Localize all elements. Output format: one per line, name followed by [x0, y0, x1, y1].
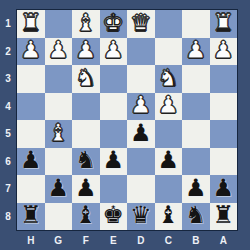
square-f8[interactable]: ♝ [72, 203, 100, 231]
square-h4[interactable] [17, 93, 45, 121]
black-king: ♚ [102, 203, 124, 227]
file-label-h: H [17, 231, 45, 249]
black-rook: ♜ [212, 203, 234, 227]
square-a5[interactable] [210, 120, 238, 148]
file-label-f: F [72, 231, 100, 249]
black-pawn: ♟ [75, 176, 97, 200]
square-b4[interactable] [182, 93, 210, 121]
square-a1[interactable]: ♜ [210, 10, 238, 38]
rank-label-3: 3 [0, 65, 16, 93]
white-pawn: ♟ [157, 93, 179, 117]
black-pawn: ♟ [212, 176, 234, 200]
square-a4[interactable] [210, 93, 238, 121]
square-d8[interactable]: ♛ [127, 203, 155, 231]
white-pawn: ♟ [20, 38, 42, 62]
square-c5[interactable] [155, 120, 183, 148]
square-h6[interactable]: ♟ [17, 148, 45, 176]
white-bishop: ♝ [75, 11, 97, 35]
white-pawn: ♟ [212, 38, 234, 62]
square-f2[interactable]: ♟ [72, 38, 100, 66]
square-e3[interactable] [100, 65, 128, 93]
white-pawn: ♟ [185, 38, 207, 62]
square-g8[interactable] [45, 203, 73, 231]
white-bishop: ♝ [47, 121, 69, 145]
square-d3[interactable] [127, 65, 155, 93]
square-a2[interactable]: ♟ [210, 38, 238, 66]
chess-diagram: 12345678 ♜♝♚♛♜♟♟♟♟♟♟♞♞♟♟♝♟♟♞♟♟♟♟♟♟♜♝♚♛♝♞… [0, 0, 250, 250]
square-f3[interactable]: ♞ [72, 65, 100, 93]
square-c8[interactable]: ♝ [155, 203, 183, 231]
square-f7[interactable]: ♟ [72, 175, 100, 203]
square-b3[interactable] [182, 65, 210, 93]
square-b2[interactable]: ♟ [182, 38, 210, 66]
black-bishop: ♝ [75, 203, 97, 227]
square-f5[interactable] [72, 120, 100, 148]
square-g4[interactable] [45, 93, 73, 121]
rank-label-1: 1 [0, 10, 16, 38]
black-knight: ♞ [75, 148, 97, 172]
square-e7[interactable] [100, 175, 128, 203]
white-knight: ♞ [157, 66, 179, 90]
square-f6[interactable]: ♞ [72, 148, 100, 176]
rank-label-8: 8 [0, 203, 16, 231]
square-c7[interactable] [155, 175, 183, 203]
black-rook: ♜ [20, 203, 42, 227]
square-g1[interactable] [45, 10, 73, 38]
square-g2[interactable]: ♟ [45, 38, 73, 66]
square-b1[interactable] [182, 10, 210, 38]
square-e1[interactable]: ♚ [100, 10, 128, 38]
square-e8[interactable]: ♚ [100, 203, 128, 231]
square-d4[interactable]: ♟ [127, 93, 155, 121]
square-g3[interactable] [45, 65, 73, 93]
file-label-b: B [182, 231, 210, 249]
square-c1[interactable] [155, 10, 183, 38]
square-h1[interactable]: ♜ [17, 10, 45, 38]
square-c4[interactable]: ♟ [155, 93, 183, 121]
black-queen: ♛ [130, 203, 152, 227]
square-e6[interactable]: ♟ [100, 148, 128, 176]
rank-label-5: 5 [0, 120, 16, 148]
square-d5[interactable]: ♟ [127, 120, 155, 148]
white-pawn: ♟ [102, 38, 124, 62]
square-d7[interactable] [127, 175, 155, 203]
black-pawn: ♟ [185, 176, 207, 200]
square-b5[interactable] [182, 120, 210, 148]
square-f1[interactable]: ♝ [72, 10, 100, 38]
square-d2[interactable] [127, 38, 155, 66]
rank-label-6: 6 [0, 148, 16, 176]
square-g7[interactable]: ♟ [45, 175, 73, 203]
black-pawn: ♟ [130, 121, 152, 145]
square-e2[interactable]: ♟ [100, 38, 128, 66]
rank-label-7: 7 [0, 175, 16, 203]
square-g6[interactable] [45, 148, 73, 176]
square-h2[interactable]: ♟ [17, 38, 45, 66]
black-pawn: ♟ [20, 148, 42, 172]
file-labels: HGFEDCBA [17, 231, 237, 249]
square-h7[interactable] [17, 175, 45, 203]
square-c3[interactable]: ♞ [155, 65, 183, 93]
square-c2[interactable] [155, 38, 183, 66]
square-e5[interactable] [100, 120, 128, 148]
square-a8[interactable]: ♜ [210, 203, 238, 231]
black-pawn: ♟ [157, 148, 179, 172]
square-d6[interactable] [127, 148, 155, 176]
chess-board: ♜♝♚♛♜♟♟♟♟♟♟♞♞♟♟♝♟♟♞♟♟♟♟♟♟♜♝♚♛♝♞♜ [16, 9, 238, 231]
rank-label-2: 2 [0, 38, 16, 66]
square-c6[interactable]: ♟ [155, 148, 183, 176]
rank-label-4: 4 [0, 93, 16, 121]
square-a3[interactable] [210, 65, 238, 93]
black-pawn: ♟ [102, 148, 124, 172]
file-label-g: G [45, 231, 73, 249]
square-e4[interactable] [100, 93, 128, 121]
black-pawn: ♟ [47, 176, 69, 200]
black-knight: ♞ [185, 203, 207, 227]
square-a7[interactable]: ♟ [210, 175, 238, 203]
file-label-e: E [100, 231, 128, 249]
square-g5[interactable]: ♝ [45, 120, 73, 148]
file-label-c: C [155, 231, 183, 249]
square-b6[interactable] [182, 148, 210, 176]
black-bishop: ♝ [157, 203, 179, 227]
square-h3[interactable] [17, 65, 45, 93]
white-pawn: ♟ [75, 38, 97, 62]
white-pawn: ♟ [130, 93, 152, 117]
square-b7[interactable]: ♟ [182, 175, 210, 203]
square-d1[interactable]: ♛ [127, 10, 155, 38]
white-queen: ♛ [130, 11, 152, 35]
square-h8[interactable]: ♜ [17, 203, 45, 231]
file-label-d: D [127, 231, 155, 249]
rank-labels: 12345678 [0, 10, 16, 230]
white-knight: ♞ [75, 66, 97, 90]
white-pawn: ♟ [47, 38, 69, 62]
file-label-a: A [210, 231, 238, 249]
white-king: ♚ [102, 11, 124, 35]
white-rook: ♜ [20, 11, 42, 35]
white-rook: ♜ [212, 11, 234, 35]
square-f4[interactable] [72, 93, 100, 121]
square-h5[interactable] [17, 120, 45, 148]
square-a6[interactable] [210, 148, 238, 176]
square-b8[interactable]: ♞ [182, 203, 210, 231]
